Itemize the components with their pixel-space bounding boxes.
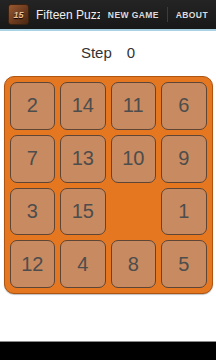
tile-11[interactable]: 11	[111, 82, 157, 130]
tile-10[interactable]: 10	[111, 135, 157, 183]
step-label: Step	[81, 44, 112, 61]
tile-2[interactable]: 2	[10, 82, 56, 130]
puzzle-board: 214116713109315112485	[4, 76, 213, 294]
step-counter: Step 0	[0, 42, 216, 62]
tile-3[interactable]: 3	[10, 188, 56, 236]
empty-cell	[111, 188, 157, 236]
tile-13[interactable]: 13	[60, 135, 106, 183]
system-navigation-bar	[0, 341, 216, 360]
tile-12[interactable]: 12	[10, 240, 56, 288]
tile-6[interactable]: 6	[161, 82, 207, 130]
tile-5[interactable]: 5	[161, 240, 207, 288]
tile-14[interactable]: 14	[60, 82, 106, 130]
new-game-button[interactable]: NEW GAME	[100, 1, 167, 29]
tile-8[interactable]: 8	[111, 240, 157, 288]
step-count: 0	[127, 44, 135, 61]
app-icon: 15	[8, 4, 29, 25]
app-icon-label: 15	[13, 10, 23, 20]
app-title: Fifteen Puzzle	[36, 8, 100, 22]
action-bar: 15 Fifteen Puzzle NEW GAME ABOUT	[0, 0, 216, 29]
about-button[interactable]: ABOUT	[168, 1, 216, 29]
tile-1[interactable]: 1	[161, 188, 207, 236]
tile-9[interactable]: 9	[161, 135, 207, 183]
actionbar-accent-line	[0, 29, 216, 31]
tile-4[interactable]: 4	[60, 240, 106, 288]
tile-7[interactable]: 7	[10, 135, 56, 183]
tile-15[interactable]: 15	[60, 188, 106, 236]
